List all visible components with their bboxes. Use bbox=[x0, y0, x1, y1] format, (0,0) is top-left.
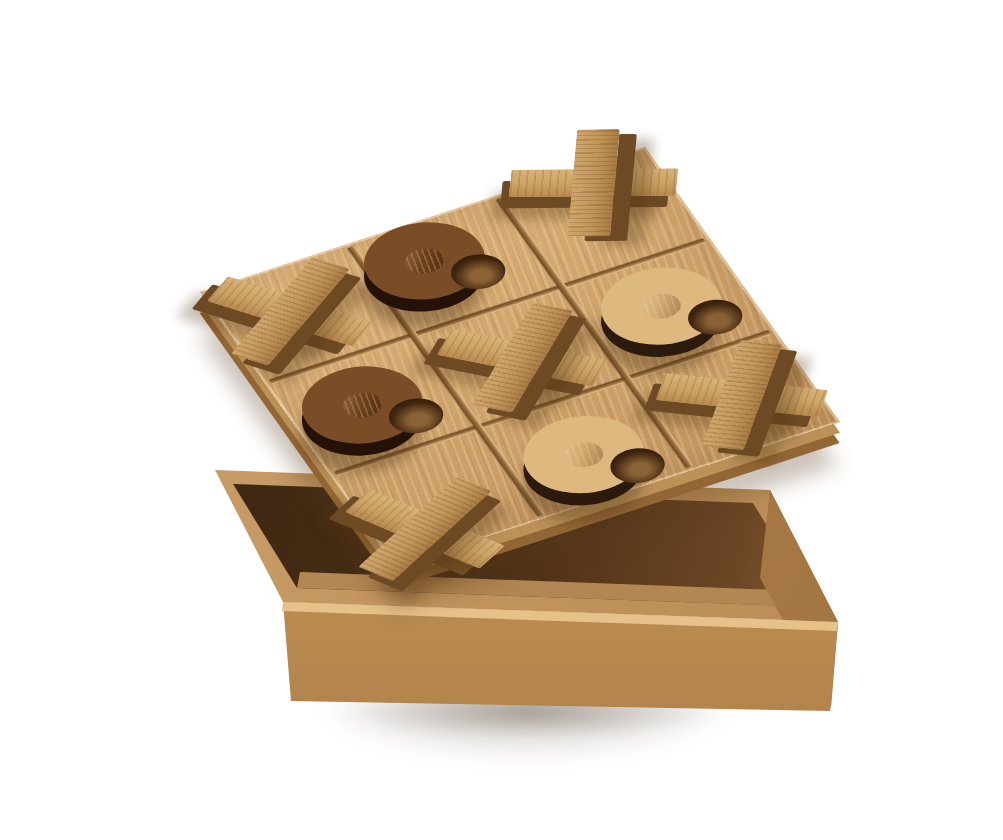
x-bar bbox=[567, 129, 619, 236]
product-photo-tic-tac-toe: Overhead product photo of a handmade woo… bbox=[0, 0, 1003, 840]
piece-x-r2c2[interactable] bbox=[412, 285, 632, 429]
piece-x-r1c1[interactable] bbox=[187, 243, 393, 380]
piece-x-r1c3[interactable] bbox=[476, 107, 712, 258]
piece-o-r2c1[interactable] bbox=[283, 353, 442, 457]
scene-caption: Overhead product photo of a handmade woo… bbox=[0, 0, 1, 1]
